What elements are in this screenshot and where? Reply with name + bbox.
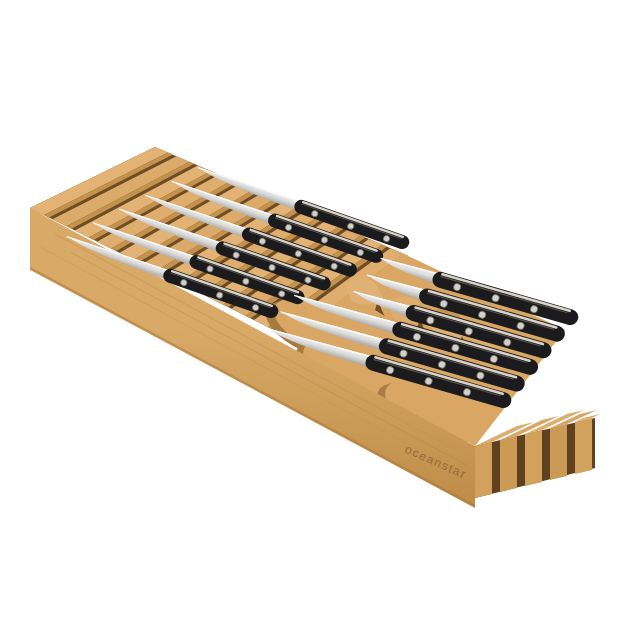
knife-block-illustration: oceanstar bbox=[0, 0, 620, 620]
product-photo-stage: oceanstar bbox=[0, 0, 620, 620]
right-end-fins bbox=[475, 410, 600, 498]
